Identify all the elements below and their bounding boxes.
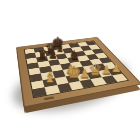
square-d1[interactable] <box>68 81 83 90</box>
piece-light-bishop-b2[interactable]: ♝ <box>44 71 57 86</box>
square-h1[interactable] <box>112 73 128 81</box>
square-b6[interactable]: ♜ <box>36 56 47 62</box>
piece-light-king-d2[interactable]: ♚ <box>66 64 81 81</box>
chess-board: ♚♛♝♜♟♞♟♝♚♟♛♟♟ <box>16 37 140 107</box>
product-photo-scene: ♚♛♝♜♟♞♟♝♚♟♛♟♟ <box>0 0 140 140</box>
brand-stamp <box>44 96 55 100</box>
board-grid: ♚♛♝♜♟♞♟♝♚♟♛♟♟ <box>24 40 129 98</box>
piece-dark-knight-e5[interactable]: ♞ <box>69 49 80 61</box>
piece-dark-pawn-c6[interactable]: ♟ <box>48 49 57 59</box>
square-c1[interactable] <box>57 83 72 93</box>
piece-light-pawn-h2[interactable]: ♟ <box>111 62 121 73</box>
piece-light-queen-f2[interactable]: ♛ <box>89 62 103 78</box>
piece-dark-rook-b6[interactable]: ♜ <box>37 49 48 61</box>
